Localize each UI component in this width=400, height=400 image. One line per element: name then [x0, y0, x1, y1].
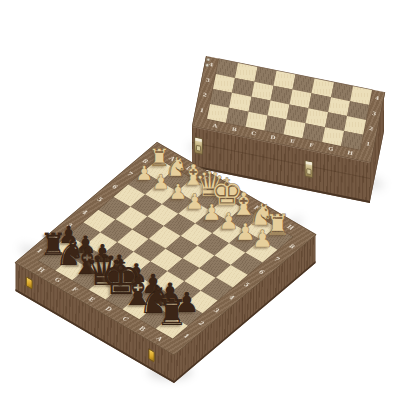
coordinate-label: B [184, 165, 193, 172]
coordinate-label: D [218, 185, 227, 192]
board-square [341, 131, 363, 150]
coordinate-label: 5 [242, 282, 250, 288]
coordinate-label: B [138, 326, 147, 333]
coordinate-label: D [104, 306, 113, 313]
coordinate-label: F [309, 143, 314, 149]
coordinate-label: H [347, 150, 354, 156]
coordinate-label: 8 [141, 158, 149, 164]
coordinate-label: 3 [212, 307, 220, 313]
coordinate-label: 7 [273, 256, 281, 262]
coordinate-label: 2 [202, 92, 207, 98]
coordinate-label: C [121, 316, 130, 322]
coordinate-label: D [270, 135, 276, 141]
coordinate-label: C [251, 131, 257, 137]
coordinate-label: 4 [227, 295, 235, 301]
board-corner-latch-icon [149, 348, 155, 362]
coordinate-label: G [269, 214, 278, 221]
coordinate-label: C [201, 175, 210, 181]
coordinate-label: 4 [375, 96, 380, 102]
coordinate-label: G [53, 276, 62, 283]
coordinate-label: 1 [199, 108, 204, 114]
box-clasp-right-icon [305, 160, 313, 179]
coordinate-label: 4 [80, 209, 88, 215]
chess-set-product-photo: ABCDEFGH12341234 HGFEDCBAABCDEFGH1234567… [0, 0, 400, 400]
coordinate-label: 7 [126, 171, 134, 177]
coordinate-label: A [155, 335, 164, 341]
coordinate-label: H [36, 267, 46, 274]
board-hinge-icon [26, 276, 32, 290]
coordinate-label: 6 [257, 269, 265, 275]
coordinate-label: 3 [65, 222, 73, 228]
coordinate-label: 2 [369, 126, 374, 132]
coordinate-label: 1 [182, 333, 190, 339]
coordinate-label: 4 [208, 62, 213, 68]
coordinate-label: G [328, 146, 334, 152]
coordinate-label: E [87, 296, 96, 302]
coordinate-label: 3 [372, 111, 377, 117]
board-fold-seam-edge [242, 297, 243, 324]
coordinate-label: 5 [95, 197, 103, 203]
coordinate-label: B [231, 127, 237, 133]
coordinate-label: H [285, 224, 295, 231]
coordinate-label: 3 [205, 77, 210, 83]
coordinate-label: 6 [111, 184, 119, 190]
coordinate-label: F [70, 286, 78, 292]
coordinate-label: 8 [288, 243, 296, 249]
coordinate-label: 2 [197, 320, 205, 326]
coordinate-label: F [252, 205, 260, 211]
coordinate-label: 2 [50, 235, 58, 241]
coordinate-label: E [289, 139, 294, 145]
coordinate-label: A [168, 156, 177, 162]
coordinate-label: A [212, 123, 218, 129]
coordinate-label: 1 [35, 248, 43, 254]
coordinate-label: E [235, 195, 244, 201]
coordinate-label: 1 [366, 141, 371, 147]
box-clasp-left-icon [194, 136, 202, 155]
